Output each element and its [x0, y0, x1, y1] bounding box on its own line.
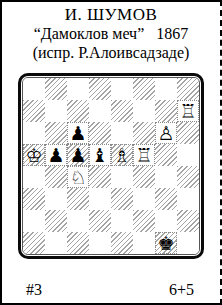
square-e2	[111, 210, 133, 232]
square-a8	[23, 78, 45, 100]
correction-credit: (испр. Р.Алоивсадзаде)	[2, 44, 220, 63]
black-pawn-icon: ♟	[69, 122, 86, 144]
white-pawn-icon: ♙	[157, 122, 174, 144]
black-king-icon: ♚	[157, 232, 174, 254]
stipulation-label: #3	[26, 281, 42, 299]
white-knight-icon: ♘	[69, 166, 86, 188]
square-d6	[89, 122, 111, 144]
square-b3	[45, 188, 67, 210]
square-h2	[177, 210, 199, 232]
square-b7	[45, 100, 67, 122]
white-bishop-icon: ♗	[113, 144, 130, 166]
square-a2	[23, 210, 45, 232]
square-d4	[89, 166, 111, 188]
square-h7: ♖	[177, 100, 199, 122]
square-b8	[45, 78, 67, 100]
square-f2	[133, 210, 155, 232]
square-h4	[177, 166, 199, 188]
author-name: И. ШУМОВ	[2, 5, 220, 25]
square-c2	[67, 210, 89, 232]
square-e6	[111, 122, 133, 144]
white-king-icon: ♔	[25, 144, 42, 166]
chess-board-inner-border: ♖♟♙♔♟♟♝♗♖♘♚	[22, 77, 200, 255]
material-count-label: 6+5	[169, 281, 194, 299]
square-d8	[89, 78, 111, 100]
square-g4	[155, 166, 177, 188]
square-a4	[23, 166, 45, 188]
square-a3	[23, 188, 45, 210]
square-f3	[133, 188, 155, 210]
square-h1	[177, 232, 199, 254]
square-e8	[111, 78, 133, 100]
square-g3	[155, 188, 177, 210]
square-c6: ♟	[67, 122, 89, 144]
problem-title-and-year: “Дамоклов меч” 1867	[2, 25, 220, 44]
square-b2	[45, 210, 67, 232]
black-bishop-icon: ♝	[91, 144, 108, 166]
square-a1	[23, 232, 45, 254]
square-d1	[89, 232, 111, 254]
problem-header: И. ШУМОВ “Дамоклов меч” 1867 (испр. Р.Ал…	[2, 2, 220, 63]
chess-board-frame: ♖♟♙♔♟♟♝♗♖♘♚	[18, 73, 204, 259]
black-pawn-icon: ♟	[47, 144, 64, 166]
square-b1	[45, 232, 67, 254]
black-pawn-icon: ♟	[69, 144, 86, 166]
square-e5: ♗	[111, 144, 133, 166]
square-h6	[177, 122, 199, 144]
square-d2	[89, 210, 111, 232]
square-h5	[177, 144, 199, 166]
white-rook-icon: ♖	[179, 100, 196, 122]
square-c4: ♘	[67, 166, 89, 188]
square-f7	[133, 100, 155, 122]
square-f1	[133, 232, 155, 254]
square-c7	[67, 100, 89, 122]
square-f5: ♖	[133, 144, 155, 166]
square-d3	[89, 188, 111, 210]
square-f6	[133, 122, 155, 144]
square-d7	[89, 100, 111, 122]
square-c1	[67, 232, 89, 254]
square-d5: ♝	[89, 144, 111, 166]
square-e1	[111, 232, 133, 254]
square-g8	[155, 78, 177, 100]
square-f4	[133, 166, 155, 188]
square-g6: ♙	[155, 122, 177, 144]
square-b4	[45, 166, 67, 188]
square-e4	[111, 166, 133, 188]
square-e3	[111, 188, 133, 210]
square-c8	[67, 78, 89, 100]
chess-problem-card: И. ШУМОВ “Дамоклов меч” 1867 (испр. Р.Ал…	[0, 0, 222, 305]
white-rook-icon: ♖	[135, 144, 152, 166]
square-g1: ♚	[155, 232, 177, 254]
square-a5: ♔	[23, 144, 45, 166]
square-h8	[177, 78, 199, 100]
chess-board: ♖♟♙♔♟♟♝♗♖♘♚	[23, 78, 199, 254]
square-g7	[155, 100, 177, 122]
square-g2	[155, 210, 177, 232]
square-f8	[133, 78, 155, 100]
square-h3	[177, 188, 199, 210]
square-b6	[45, 122, 67, 144]
square-e7	[111, 100, 133, 122]
square-c5: ♟	[67, 144, 89, 166]
square-b5: ♟	[45, 144, 67, 166]
square-a7	[23, 100, 45, 122]
square-c3	[67, 188, 89, 210]
square-a6	[23, 122, 45, 144]
square-g5	[155, 144, 177, 166]
